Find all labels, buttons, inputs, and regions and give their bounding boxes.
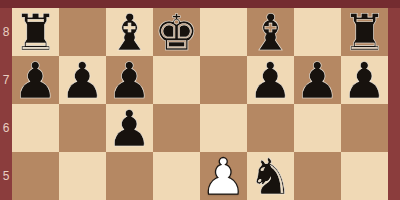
black-rook[interactable]: ♜: [342, 8, 387, 56]
square-h8[interactable]: ♜: [341, 8, 388, 56]
square-e7[interactable]: [200, 56, 247, 104]
black-bishop[interactable]: ♝: [107, 8, 152, 56]
square-b5[interactable]: [59, 152, 106, 200]
square-d7[interactable]: [153, 56, 200, 104]
rank-label-6: 6: [0, 104, 12, 152]
square-e8[interactable]: [200, 8, 247, 56]
black-pawn[interactable]: ♟: [107, 104, 152, 152]
square-d8[interactable]: ♚: [153, 8, 200, 56]
square-a6[interactable]: [12, 104, 59, 152]
rank-label-7: 7: [0, 56, 12, 104]
square-e6[interactable]: [200, 104, 247, 152]
black-bishop[interactable]: ♝: [248, 8, 293, 56]
square-a5[interactable]: [12, 152, 59, 200]
white-pawn[interactable]: ♟: [201, 152, 246, 200]
rank-label-8: 8: [0, 8, 12, 56]
square-d6[interactable]: [153, 104, 200, 152]
chess-board-screenshot: 8 7 6 5 ♜♝♚♝♜♟♟♟♟♟♟♟♟♞: [0, 0, 400, 200]
black-rook[interactable]: ♜: [13, 8, 58, 56]
square-b8[interactable]: [59, 8, 106, 56]
chess-board: ♜♝♚♝♜♟♟♟♟♟♟♟♟♞: [12, 8, 388, 200]
square-a8[interactable]: ♜: [12, 8, 59, 56]
square-c8[interactable]: ♝: [106, 8, 153, 56]
board-top-border: [0, 0, 400, 8]
black-pawn[interactable]: ♟: [248, 56, 293, 104]
square-f5[interactable]: ♞: [247, 152, 294, 200]
square-a7[interactable]: ♟: [12, 56, 59, 104]
square-c5[interactable]: [106, 152, 153, 200]
square-g8[interactable]: [294, 8, 341, 56]
black-pawn[interactable]: ♟: [60, 56, 105, 104]
square-h6[interactable]: [341, 104, 388, 152]
black-king[interactable]: ♚: [154, 8, 199, 56]
black-pawn[interactable]: ♟: [13, 56, 58, 104]
black-knight[interactable]: ♞: [248, 152, 293, 200]
black-pawn[interactable]: ♟: [107, 56, 152, 104]
square-e5[interactable]: ♟: [200, 152, 247, 200]
square-f8[interactable]: ♝: [247, 8, 294, 56]
black-pawn[interactable]: ♟: [342, 56, 387, 104]
square-h7[interactable]: ♟: [341, 56, 388, 104]
square-f6[interactable]: [247, 104, 294, 152]
square-c7[interactable]: ♟: [106, 56, 153, 104]
square-g5[interactable]: [294, 152, 341, 200]
square-b6[interactable]: [59, 104, 106, 152]
square-g7[interactable]: ♟: [294, 56, 341, 104]
rank-label-5: 5: [0, 152, 12, 200]
square-g6[interactable]: [294, 104, 341, 152]
square-f7[interactable]: ♟: [247, 56, 294, 104]
square-h5[interactable]: [341, 152, 388, 200]
square-b7[interactable]: ♟: [59, 56, 106, 104]
square-c6[interactable]: ♟: [106, 104, 153, 152]
black-pawn[interactable]: ♟: [295, 56, 340, 104]
square-d5[interactable]: [153, 152, 200, 200]
